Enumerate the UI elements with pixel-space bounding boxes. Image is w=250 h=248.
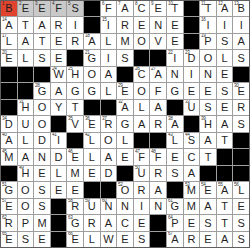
- cell-letter: C: [187, 152, 195, 165]
- cell-r1c11[interactable]: 10T: [167, 1, 183, 16]
- cell-r5c5[interactable]: 25H: [67, 67, 83, 82]
- cell-r11c10[interactable]: R: [150, 166, 166, 181]
- cell-r3c11[interactable]: E: [167, 34, 183, 49]
- black-cell-r12c11: [167, 182, 183, 197]
- cell-r7c12[interactable]: 33U: [184, 100, 200, 115]
- cell-r15c11[interactable]: 67A: [167, 232, 183, 247]
- cell-letter: I: [107, 20, 110, 33]
- cell-r1c3[interactable]: 3E: [34, 1, 50, 16]
- clue-number-53: 53: [185, 183, 190, 188]
- cell-r1c8[interactable]: 7A: [117, 1, 133, 16]
- cell-letter: U: [21, 119, 29, 132]
- cell-r15c5[interactable]: 66E: [67, 232, 83, 247]
- cell-r11c9[interactable]: 50U: [134, 166, 150, 181]
- cell-r2c3[interactable]: A: [34, 17, 50, 32]
- cell-r13c2[interactable]: O: [18, 199, 34, 214]
- cell-letter: E: [188, 86, 195, 99]
- black-cell-r11c14: [217, 166, 233, 181]
- black-cell-r7c6: [84, 100, 100, 115]
- cell-r1c13[interactable]: 11T: [200, 1, 216, 16]
- cell-r1c2[interactable]: 2E: [18, 1, 34, 16]
- cell-r10c9[interactable]: 47F: [134, 149, 150, 164]
- cell-r6c15[interactable]: 30E: [233, 83, 249, 98]
- cell-r3c15[interactable]: A: [233, 34, 249, 49]
- cell-r14c11[interactable]: 64P: [167, 215, 183, 230]
- clue-number-64: 64: [168, 216, 173, 221]
- cell-r8c2[interactable]: U: [18, 116, 34, 131]
- cell-letter: E: [55, 53, 62, 66]
- cell-r14c6[interactable]: R: [84, 215, 100, 230]
- clue-number-42: 42: [85, 133, 90, 138]
- cell-r8c5[interactable]: 35V: [67, 116, 83, 131]
- cell-r2c2[interactable]: T: [18, 17, 34, 32]
- cell-r9c11[interactable]: 43L: [167, 133, 183, 148]
- clue-number-20: 20: [2, 51, 7, 56]
- cell-letter: M: [71, 168, 80, 181]
- cell-r9c13[interactable]: A: [200, 133, 216, 148]
- cell-r4c13[interactable]: O: [200, 50, 216, 65]
- black-cell-r1c12: [184, 1, 200, 16]
- cell-r4c8[interactable]: S: [117, 50, 133, 65]
- cell-r9c3[interactable]: D: [34, 133, 50, 148]
- cell-letter: A: [155, 185, 162, 198]
- cell-letter: L: [139, 102, 145, 115]
- cell-r10c4[interactable]: D: [51, 149, 67, 164]
- cell-r3c14[interactable]: S: [217, 34, 233, 49]
- cell-r6c14[interactable]: S: [217, 83, 233, 98]
- clue-number-5: 5: [68, 2, 70, 7]
- cell-letter: S: [38, 201, 45, 214]
- black-cell-r5c15: [233, 67, 249, 82]
- cell-r4c7[interactable]: I: [101, 50, 117, 65]
- cell-letter: S: [38, 53, 45, 66]
- cell-r13c8[interactable]: N: [117, 199, 133, 214]
- cell-r6c12[interactable]: E: [184, 83, 200, 98]
- cell-letter: M: [120, 36, 129, 49]
- black-cell-r11c1: [1, 166, 17, 181]
- cell-letter: L: [222, 53, 228, 66]
- cell-r2c1[interactable]: 14A: [1, 17, 17, 32]
- cell-r4c2[interactable]: L: [18, 50, 34, 65]
- cell-letter: E: [204, 234, 211, 247]
- cell-letter: E: [88, 168, 95, 181]
- cell-r8c14[interactable]: A: [217, 116, 233, 131]
- clue-number-29: 29: [118, 84, 123, 89]
- black-cell-r14c4: [51, 215, 67, 230]
- clue-number-25: 25: [68, 67, 73, 72]
- cell-r6c6[interactable]: G: [84, 83, 100, 98]
- cell-r14c14[interactable]: T: [217, 215, 233, 230]
- black-cell-r12c6: [84, 182, 100, 197]
- cell-r12c4[interactable]: E: [51, 182, 67, 197]
- clue-number-66: 66: [68, 232, 73, 237]
- cell-r13c15[interactable]: E: [233, 199, 249, 214]
- cell-letter: I: [190, 69, 193, 82]
- cell-r5c11[interactable]: N: [167, 67, 183, 82]
- cell-r2c11[interactable]: E: [167, 17, 183, 32]
- cell-r3c5[interactable]: R: [67, 34, 83, 49]
- cell-r14c3[interactable]: M: [34, 215, 50, 230]
- cell-letter: I: [107, 53, 110, 66]
- cell-r13c6[interactable]: 59U: [84, 199, 100, 214]
- cell-r14c2[interactable]: P: [18, 215, 34, 230]
- cell-r4c3[interactable]: S: [34, 50, 50, 65]
- cell-r6c5[interactable]: G: [67, 83, 83, 98]
- cell-r2c15[interactable]: I: [233, 17, 249, 32]
- cell-r10c7[interactable]: A: [101, 149, 117, 164]
- clue-number-23: 23: [185, 51, 190, 56]
- cell-r14c8[interactable]: C: [117, 215, 133, 230]
- cell-r13c1[interactable]: 57E: [1, 199, 17, 214]
- cell-letter: A: [204, 135, 211, 148]
- cell-r14c1[interactable]: 62R: [1, 215, 17, 230]
- cell-r5c9[interactable]: 26C: [134, 67, 150, 82]
- cell-r8c11[interactable]: 38A: [167, 116, 183, 131]
- cell-r3c1[interactable]: 17L: [1, 34, 17, 49]
- cell-letter: D: [55, 152, 63, 165]
- cell-letter: A: [105, 69, 112, 82]
- cell-r4c4[interactable]: E: [51, 50, 67, 65]
- cell-r5c12[interactable]: I: [184, 67, 200, 82]
- cell-r11c11[interactable]: S: [167, 166, 183, 181]
- cell-r10c2[interactable]: A: [18, 149, 34, 164]
- cell-r15c3[interactable]: E: [34, 232, 50, 247]
- cell-r7c8[interactable]: 32A: [117, 100, 133, 115]
- cell-r6c11[interactable]: G: [167, 83, 183, 98]
- cell-r1c14[interactable]: 12A: [217, 1, 233, 16]
- cell-r15c8[interactable]: E: [117, 232, 133, 247]
- clue-number-11: 11: [201, 2, 205, 7]
- cell-r14c9[interactable]: E: [134, 215, 150, 230]
- cell-r5c14[interactable]: E: [217, 67, 233, 82]
- cell-letter: F: [105, 3, 112, 16]
- cell-letter: O: [88, 69, 97, 82]
- cell-letter: O: [137, 36, 146, 49]
- cell-r15c15[interactable]: S: [233, 232, 249, 247]
- clue-number-43: 43: [168, 133, 173, 138]
- black-cell-r1c6: [84, 1, 100, 16]
- cell-r12c13[interactable]: 54E: [200, 182, 216, 197]
- cell-r11c5[interactable]: M: [67, 166, 83, 181]
- cell-r13c12[interactable]: M: [184, 199, 200, 214]
- cell-r9c12[interactable]: 44S: [184, 133, 200, 148]
- cell-r3c9[interactable]: O: [134, 34, 150, 49]
- cell-r2c9[interactable]: E: [134, 17, 150, 32]
- cell-r9c6[interactable]: 42L: [84, 133, 100, 148]
- cell-r11c12[interactable]: A: [184, 166, 200, 181]
- cell-r7c3[interactable]: O: [34, 100, 50, 115]
- cell-r14c7[interactable]: A: [101, 215, 117, 230]
- cell-r13c5[interactable]: 58R: [67, 199, 83, 214]
- cell-r3c8[interactable]: M: [117, 34, 133, 49]
- cell-letter: L: [89, 234, 95, 247]
- cell-letter: S: [138, 234, 145, 247]
- clue-number-49: 49: [19, 166, 24, 171]
- cell-r12c14[interactable]: 55A: [217, 182, 233, 197]
- cell-r7c2[interactable]: 31H: [18, 100, 34, 115]
- black-cell-r2c12: [184, 17, 200, 32]
- cell-r6c3[interactable]: 28G: [34, 83, 50, 98]
- cell-r15c9[interactable]: S: [134, 232, 150, 247]
- black-cell-r7c1: [1, 100, 17, 115]
- cell-letter: A: [221, 234, 228, 247]
- clue-number-35: 35: [68, 117, 73, 122]
- cell-r3c3[interactable]: T: [34, 34, 50, 49]
- clue-number-27: 27: [151, 67, 156, 72]
- black-cell-r4c5: [67, 50, 83, 65]
- cell-r5c7[interactable]: A: [101, 67, 117, 82]
- cell-r2c8[interactable]: R: [117, 17, 133, 32]
- cell-r4c14[interactable]: L: [217, 50, 233, 65]
- cell-r4c6[interactable]: 21G: [84, 50, 100, 65]
- cell-r3c4[interactable]: E: [51, 34, 67, 49]
- cell-r13c3[interactable]: S: [34, 199, 50, 214]
- cell-r15c1[interactable]: 65E: [1, 232, 17, 247]
- cell-letter: O: [38, 102, 47, 115]
- cell-r12c9[interactable]: R: [134, 182, 150, 197]
- cell-r4c11[interactable]: 22I: [167, 50, 183, 65]
- cell-r5c10[interactable]: 27A: [150, 67, 166, 82]
- cell-r6c8[interactable]: 29E: [117, 83, 133, 98]
- clue-number-60: 60: [102, 199, 107, 204]
- cell-r2c13[interactable]: 16I: [200, 17, 216, 32]
- cell-letter: E: [155, 3, 162, 16]
- cell-letter: O: [38, 119, 47, 132]
- cell-r1c5[interactable]: 5S: [67, 1, 83, 16]
- cell-r10c10[interactable]: 48F: [150, 149, 166, 164]
- cell-r10c6[interactable]: L: [84, 149, 100, 164]
- cell-r1c10[interactable]: 9E: [150, 1, 166, 16]
- cell-r8c15[interactable]: S: [233, 116, 249, 131]
- cell-letter: I: [74, 20, 77, 33]
- cell-r15c14[interactable]: A: [217, 232, 233, 247]
- cell-r11c4[interactable]: L: [51, 166, 67, 181]
- black-cell-r5c1: [1, 67, 17, 82]
- cell-r7c15[interactable]: R: [233, 100, 249, 115]
- cell-r11c3[interactable]: E: [34, 166, 50, 181]
- cell-r13c14[interactable]: T: [217, 199, 233, 214]
- clue-number-40: 40: [2, 133, 7, 138]
- black-cell-r6c2: [18, 83, 34, 98]
- cell-letter: W: [103, 234, 113, 247]
- cell-r13c10[interactable]: N: [150, 199, 166, 214]
- cell-letter: O: [104, 135, 113, 148]
- cell-r9c4[interactable]: 41I: [51, 133, 67, 148]
- cell-r9c2[interactable]: L: [18, 133, 34, 148]
- cell-r4c12[interactable]: 23D: [184, 50, 200, 65]
- cell-r6c4[interactable]: A: [51, 83, 67, 98]
- cell-letter: E: [188, 218, 195, 231]
- cell-r9c7[interactable]: O: [101, 133, 117, 148]
- cell-letter: D: [38, 135, 46, 148]
- cell-r8c3[interactable]: O: [34, 116, 50, 131]
- cell-r15c6[interactable]: L: [84, 232, 100, 247]
- cell-letter: E: [38, 168, 45, 181]
- cell-r12c10[interactable]: A: [150, 182, 166, 197]
- cell-r11c6[interactable]: E: [84, 166, 100, 181]
- cell-r12c1[interactable]: 51G: [1, 182, 17, 197]
- black-cell-r5c2: [18, 67, 34, 82]
- cell-letter: S: [238, 234, 245, 247]
- cell-r13c7[interactable]: 60N: [101, 199, 117, 214]
- cell-letter: L: [122, 135, 128, 148]
- cell-letter: I: [173, 53, 176, 66]
- cell-letter: A: [155, 102, 162, 115]
- cell-letter: I: [240, 20, 243, 33]
- cell-r7c13[interactable]: S: [200, 100, 216, 115]
- cell-r11c7[interactable]: D: [101, 166, 117, 181]
- cell-r7c9[interactable]: L: [134, 100, 150, 115]
- cell-r6c7[interactable]: L: [101, 83, 117, 98]
- cell-letter: F: [155, 86, 162, 99]
- cell-letter: T: [205, 3, 212, 16]
- black-cell-r5c8: [117, 67, 133, 82]
- cell-r2c10[interactable]: N: [150, 17, 166, 32]
- clue-number-65: 65: [2, 232, 7, 237]
- clue-number-4: 4: [52, 2, 54, 7]
- cell-letter: L: [22, 53, 28, 66]
- cell-r6c9[interactable]: O: [134, 83, 150, 98]
- cell-r8c13[interactable]: 39H: [200, 116, 216, 131]
- clue-number-62: 62: [2, 216, 7, 221]
- cell-r8c10[interactable]: R: [150, 116, 166, 131]
- cell-r13c13[interactable]: A: [200, 199, 216, 214]
- cell-r10c3[interactable]: N: [34, 149, 50, 164]
- clue-number-59: 59: [85, 199, 90, 204]
- cell-letter: E: [121, 234, 128, 247]
- cell-r2c4[interactable]: R: [51, 17, 67, 32]
- cell-r5c4[interactable]: 24W: [51, 67, 67, 82]
- cell-letter: E: [72, 185, 79, 198]
- cell-letter: C: [138, 3, 146, 16]
- cell-r4c1[interactable]: 20E: [1, 50, 17, 65]
- cell-letter: S: [221, 86, 228, 99]
- clue-number-17: 17: [2, 34, 7, 39]
- cell-r14c13[interactable]: S: [200, 215, 216, 230]
- cell-r12c3[interactable]: S: [34, 182, 50, 197]
- cell-letter: Y: [55, 102, 62, 115]
- cell-letter: E: [138, 20, 145, 33]
- cell-r12c8[interactable]: 52O: [117, 182, 133, 197]
- cell-r1c7[interactable]: 6F: [101, 1, 117, 16]
- cell-r3c10[interactable]: V: [150, 34, 166, 49]
- cell-r5c13[interactable]: N: [200, 67, 216, 82]
- clue-number-10: 10: [168, 2, 173, 7]
- cell-r7c10[interactable]: A: [150, 100, 166, 115]
- cell-r10c8[interactable]: E: [117, 149, 133, 164]
- cell-letter: E: [171, 152, 178, 165]
- cell-r3c6[interactable]: 18A: [84, 34, 100, 49]
- cell-r6c10[interactable]: F: [150, 83, 166, 98]
- cell-letter: A: [221, 119, 228, 132]
- cell-r5c6[interactable]: O: [84, 67, 100, 82]
- cell-r13c9[interactable]: I: [134, 199, 150, 214]
- cell-r8c1[interactable]: 34D: [1, 116, 17, 131]
- clue-number-21: 21: [85, 51, 90, 56]
- cell-r3c7[interactable]: L: [101, 34, 117, 49]
- cell-letter: N: [38, 152, 46, 165]
- cell-r12c5[interactable]: E: [67, 182, 83, 197]
- cell-letter: E: [38, 234, 45, 247]
- cell-r15c2[interactable]: S: [18, 232, 34, 247]
- cell-r3c2[interactable]: A: [18, 34, 34, 49]
- cell-r15c12[interactable]: R: [184, 232, 200, 247]
- cell-r14c12[interactable]: E: [184, 215, 200, 230]
- cell-r14c15[interactable]: S: [233, 215, 249, 230]
- cell-r15c13[interactable]: E: [200, 232, 216, 247]
- cell-r1c1[interactable]: 1B: [1, 1, 17, 16]
- cell-r10c11[interactable]: E: [167, 149, 183, 164]
- clue-number-54: 54: [201, 183, 206, 188]
- black-cell-r3c12: [184, 34, 200, 49]
- cell-r2c5[interactable]: I: [67, 17, 83, 32]
- cell-letter: S: [204, 218, 211, 231]
- cell-r7c14[interactable]: E: [217, 100, 233, 115]
- cell-r11c2[interactable]: 49H: [18, 166, 34, 181]
- cell-letter: L: [22, 135, 28, 148]
- cell-r3c13[interactable]: 19P: [200, 34, 216, 49]
- cell-r8c7[interactable]: 37R: [101, 116, 117, 131]
- cell-letter: A: [22, 152, 29, 165]
- cell-letter: I: [57, 135, 60, 148]
- black-cell-r12c7: [101, 182, 117, 197]
- black-cell-r15c10: [150, 232, 166, 247]
- cell-r9c14[interactable]: T: [217, 133, 233, 148]
- cell-r12c12[interactable]: 53M: [184, 182, 200, 197]
- cell-r10c12[interactable]: C: [184, 149, 200, 164]
- cell-r10c5[interactable]: 46E: [67, 149, 83, 164]
- cell-r6c13[interactable]: E: [200, 83, 216, 98]
- cell-r15c7[interactable]: W: [101, 232, 117, 247]
- cell-r9c8[interactable]: L: [117, 133, 133, 148]
- cell-r1c4[interactable]: 4F: [51, 1, 67, 16]
- clue-number-44: 44: [185, 133, 190, 138]
- cell-r8c8[interactable]: G: [117, 116, 133, 131]
- cell-letter: A: [105, 152, 112, 165]
- cell-r13c11[interactable]: 61G: [167, 199, 183, 214]
- cell-r7c4[interactable]: Y: [51, 100, 67, 115]
- cell-r1c15[interactable]: 13B: [233, 1, 249, 16]
- black-cell-r13c4: [51, 199, 67, 214]
- clue-number-63: 63: [68, 216, 73, 221]
- clue-number-67: 67: [168, 232, 173, 237]
- cell-letter: E: [238, 201, 245, 214]
- cell-r8c9[interactable]: A: [134, 116, 150, 131]
- cell-letter: O: [21, 201, 30, 214]
- cell-r10c1[interactable]: 45M: [1, 149, 17, 164]
- cell-r12c2[interactable]: O: [18, 182, 34, 197]
- cell-r9c1[interactable]: 40A: [1, 133, 17, 148]
- cell-letter: R: [55, 20, 63, 33]
- cell-r7c5[interactable]: T: [67, 100, 83, 115]
- cell-r2c7[interactable]: 15I: [101, 17, 117, 32]
- cell-r8c6[interactable]: 36E: [84, 116, 100, 131]
- cell-r2c14[interactable]: I: [217, 17, 233, 32]
- cell-r1c9[interactable]: 8C: [134, 1, 150, 16]
- cell-letter: R: [121, 20, 129, 33]
- cell-letter: L: [89, 135, 95, 148]
- cell-letter: E: [22, 3, 29, 16]
- cell-letter: R: [237, 102, 245, 115]
- black-cell-r9c5: [67, 133, 83, 148]
- cell-r14c5[interactable]: 63G: [67, 215, 83, 230]
- cell-letter: P: [22, 218, 29, 231]
- clue-number-33: 33: [185, 100, 190, 105]
- cell-letter: A: [204, 201, 211, 214]
- cell-r4c15[interactable]: S: [233, 50, 249, 65]
- cell-r10c13[interactable]: T: [200, 149, 216, 164]
- cell-r12c15[interactable]: 56L: [233, 182, 249, 197]
